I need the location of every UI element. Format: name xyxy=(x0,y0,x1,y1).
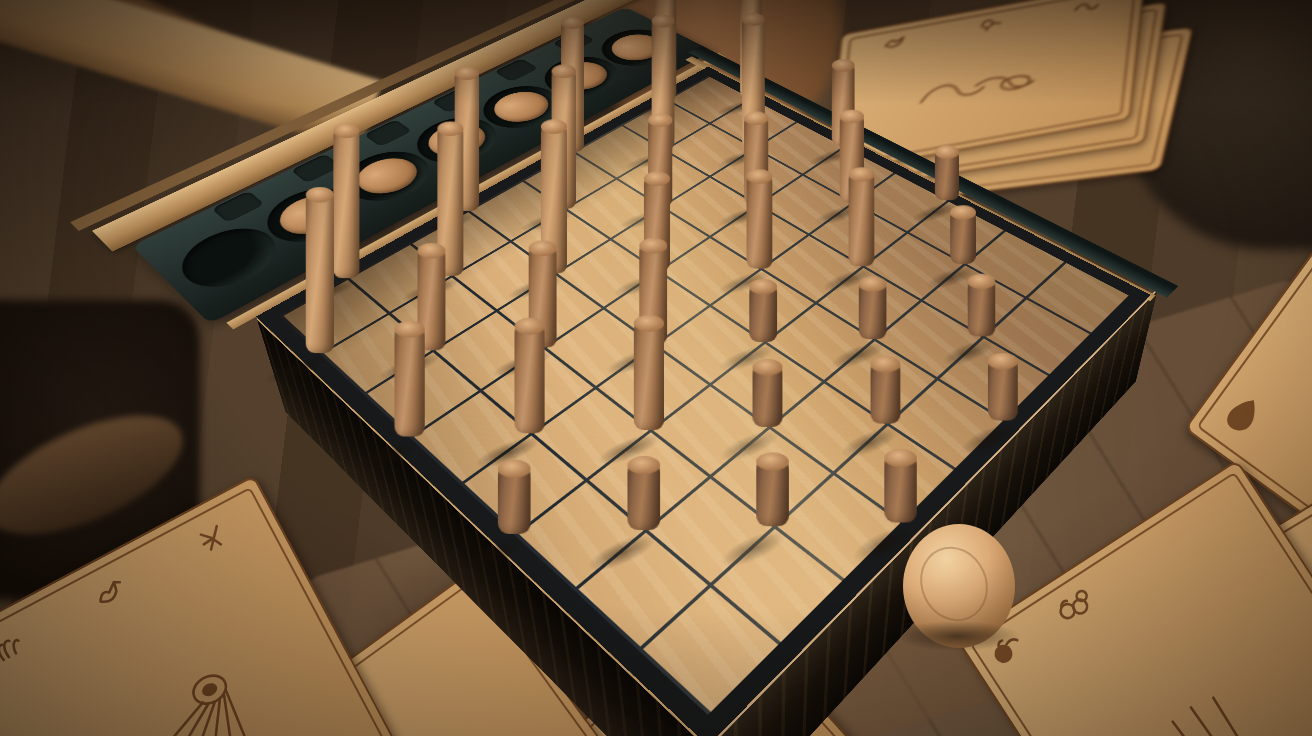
peg-short[interactable] xyxy=(967,275,995,337)
peg-short[interactable] xyxy=(884,451,917,523)
peg-short[interactable] xyxy=(858,278,886,340)
peg-medium[interactable] xyxy=(746,170,772,268)
board-scene xyxy=(0,0,1312,736)
peg-short[interactable] xyxy=(950,207,976,265)
peg-medium[interactable] xyxy=(848,168,874,266)
peg-short[interactable] xyxy=(497,461,530,534)
scene-photo xyxy=(0,0,1312,736)
peg-short[interactable] xyxy=(752,360,782,427)
peg-short[interactable] xyxy=(627,458,660,531)
peg-medium[interactable] xyxy=(514,319,544,434)
wooden-disc[interactable] xyxy=(545,57,618,96)
peg-short[interactable] xyxy=(988,354,1018,421)
peg-medium[interactable] xyxy=(633,316,663,430)
peg-shadow xyxy=(569,519,675,588)
peg-short[interactable] xyxy=(870,357,900,424)
peg-tall[interactable] xyxy=(305,188,333,353)
peg-short[interactable] xyxy=(756,454,789,527)
peg-shadow xyxy=(701,515,805,584)
wooden-disc[interactable] xyxy=(417,117,496,163)
peg-medium[interactable] xyxy=(394,322,424,437)
peg-short[interactable] xyxy=(935,147,959,201)
wooden-ball[interactable] xyxy=(903,524,1015,648)
peg-short[interactable] xyxy=(749,280,777,342)
